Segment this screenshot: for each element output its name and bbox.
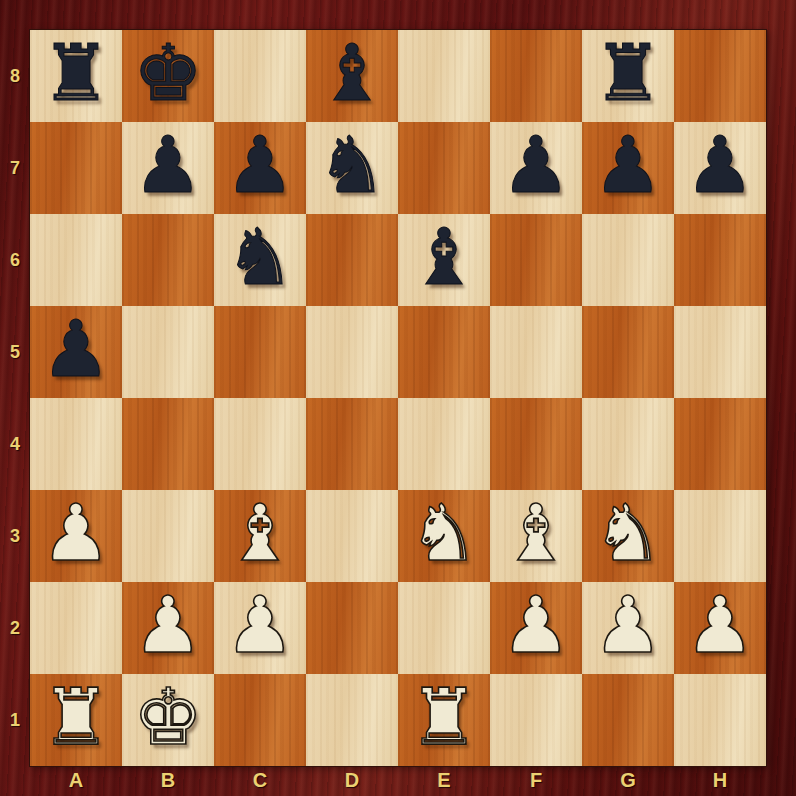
square-e3[interactable]: ♞ (398, 490, 490, 582)
piece-white-pawn[interactable]: ♟ (685, 579, 755, 671)
square-a4[interactable] (30, 398, 122, 490)
piece-black-pawn[interactable]: ♟ (593, 119, 663, 211)
piece-black-pawn[interactable]: ♟ (225, 119, 295, 211)
square-b8[interactable]: ♚ (122, 30, 214, 122)
square-d8[interactable]: ♝ (306, 30, 398, 122)
square-d3[interactable] (306, 490, 398, 582)
square-h7[interactable]: ♟ (674, 122, 766, 214)
square-h2[interactable]: ♟ (674, 582, 766, 674)
square-h6[interactable] (674, 214, 766, 306)
file-label-g: G (582, 766, 674, 796)
square-d6[interactable] (306, 214, 398, 306)
square-e8[interactable] (398, 30, 490, 122)
square-g7[interactable]: ♟ (582, 122, 674, 214)
square-a2[interactable] (30, 582, 122, 674)
piece-black-bishop[interactable]: ♝ (317, 27, 387, 119)
piece-white-knight[interactable]: ♞ (409, 487, 479, 579)
square-a1[interactable]: ♜ (30, 674, 122, 766)
rank-label-2: 2 (0, 582, 30, 674)
piece-white-pawn[interactable]: ♟ (593, 579, 663, 671)
square-e4[interactable] (398, 398, 490, 490)
piece-white-king[interactable]: ♚ (133, 671, 203, 763)
piece-white-bishop[interactable]: ♝ (501, 487, 571, 579)
square-d5[interactable] (306, 306, 398, 398)
file-label-e: E (398, 766, 490, 796)
square-h8[interactable] (674, 30, 766, 122)
square-b2[interactable]: ♟ (122, 582, 214, 674)
piece-black-pawn[interactable]: ♟ (133, 119, 203, 211)
square-a3[interactable]: ♟ (30, 490, 122, 582)
square-b7[interactable]: ♟ (122, 122, 214, 214)
rank-label-5: 5 (0, 306, 30, 398)
rank-label-8: 8 (0, 30, 30, 122)
square-g6[interactable] (582, 214, 674, 306)
square-b1[interactable]: ♚ (122, 674, 214, 766)
square-e7[interactable] (398, 122, 490, 214)
rank-label-1: 1 (0, 674, 30, 766)
piece-white-pawn[interactable]: ♟ (41, 487, 111, 579)
piece-black-bishop[interactable]: ♝ (409, 211, 479, 303)
square-e5[interactable] (398, 306, 490, 398)
square-b6[interactable] (122, 214, 214, 306)
piece-white-bishop[interactable]: ♝ (225, 487, 295, 579)
square-b5[interactable] (122, 306, 214, 398)
rank-label-3: 3 (0, 490, 30, 582)
square-c1[interactable] (214, 674, 306, 766)
square-e6[interactable]: ♝ (398, 214, 490, 306)
square-d1[interactable] (306, 674, 398, 766)
file-label-c: C (214, 766, 306, 796)
square-c4[interactable] (214, 398, 306, 490)
square-b4[interactable] (122, 398, 214, 490)
piece-white-pawn[interactable]: ♟ (225, 579, 295, 671)
piece-white-pawn[interactable]: ♟ (501, 579, 571, 671)
piece-white-rook[interactable]: ♜ (41, 671, 111, 763)
square-g8[interactable]: ♜ (582, 30, 674, 122)
square-g2[interactable]: ♟ (582, 582, 674, 674)
file-label-f: F (490, 766, 582, 796)
piece-black-pawn[interactable]: ♟ (685, 119, 755, 211)
square-d7[interactable]: ♞ (306, 122, 398, 214)
file-label-h: H (674, 766, 766, 796)
file-label-a: A (30, 766, 122, 796)
square-c5[interactable] (214, 306, 306, 398)
square-h1[interactable] (674, 674, 766, 766)
square-g4[interactable] (582, 398, 674, 490)
square-g1[interactable] (582, 674, 674, 766)
rank-label-4: 4 (0, 398, 30, 490)
piece-black-pawn[interactable]: ♟ (41, 303, 111, 395)
piece-white-rook[interactable]: ♜ (409, 671, 479, 763)
chessboard-screenshot: ♜♚♝♜♟♟♞♟♟♟♞♝♟♟♝♞♝♞♟♟♟♟♟♜♚♜ 87654321 ABCD… (0, 0, 796, 796)
piece-black-king[interactable]: ♚ (133, 27, 203, 119)
square-h5[interactable] (674, 306, 766, 398)
square-e1[interactable]: ♜ (398, 674, 490, 766)
rank-label-7: 7 (0, 122, 30, 214)
square-c2[interactable]: ♟ (214, 582, 306, 674)
square-a6[interactable] (30, 214, 122, 306)
piece-black-knight[interactable]: ♞ (317, 119, 387, 211)
square-c8[interactable] (214, 30, 306, 122)
square-d4[interactable] (306, 398, 398, 490)
piece-black-knight[interactable]: ♞ (225, 211, 295, 303)
square-h4[interactable] (674, 398, 766, 490)
square-f6[interactable] (490, 214, 582, 306)
square-f4[interactable] (490, 398, 582, 490)
piece-white-knight[interactable]: ♞ (593, 487, 663, 579)
square-b3[interactable] (122, 490, 214, 582)
square-d2[interactable] (306, 582, 398, 674)
chess-board: ♜♚♝♜♟♟♞♟♟♟♞♝♟♟♝♞♝♞♟♟♟♟♟♜♚♜ (30, 30, 766, 766)
square-a8[interactable]: ♜ (30, 30, 122, 122)
square-f5[interactable] (490, 306, 582, 398)
square-e2[interactable] (398, 582, 490, 674)
square-g3[interactable]: ♞ (582, 490, 674, 582)
square-a5[interactable]: ♟ (30, 306, 122, 398)
piece-black-rook[interactable]: ♜ (593, 27, 663, 119)
square-a7[interactable] (30, 122, 122, 214)
square-f2[interactable]: ♟ (490, 582, 582, 674)
file-label-b: B (122, 766, 214, 796)
square-f1[interactable] (490, 674, 582, 766)
piece-black-pawn[interactable]: ♟ (501, 119, 571, 211)
square-g5[interactable] (582, 306, 674, 398)
square-f7[interactable]: ♟ (490, 122, 582, 214)
square-c7[interactable]: ♟ (214, 122, 306, 214)
square-f8[interactable] (490, 30, 582, 122)
piece-white-pawn[interactable]: ♟ (133, 579, 203, 671)
square-h3[interactable] (674, 490, 766, 582)
square-c6[interactable]: ♞ (214, 214, 306, 306)
file-label-d: D (306, 766, 398, 796)
piece-black-rook[interactable]: ♜ (41, 27, 111, 119)
square-f3[interactable]: ♝ (490, 490, 582, 582)
square-c3[interactable]: ♝ (214, 490, 306, 582)
rank-label-6: 6 (0, 214, 30, 306)
